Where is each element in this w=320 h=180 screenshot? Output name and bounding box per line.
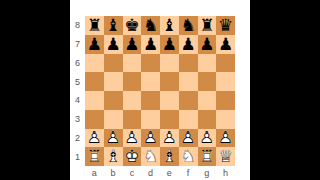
black-rook: ♜ xyxy=(199,17,214,34)
square-h5[interactable] xyxy=(216,72,235,91)
chessboard-panel: 87654321 ♜♝♚♞♝♞♜♛♟♟♟♟♟♟♟♟♙♙♙♙♙♙♙♙♖♗♔♘♗♘♖… xyxy=(70,0,250,180)
rank-label-3: 3 xyxy=(70,110,85,129)
white-pawn: ♙ xyxy=(106,129,121,146)
white-pawn: ♙ xyxy=(87,129,102,146)
square-b4[interactable] xyxy=(104,91,123,110)
file-label-b: b xyxy=(104,166,123,179)
black-rook: ♜ xyxy=(87,17,102,34)
black-knight: ♞ xyxy=(143,17,158,34)
square-c7[interactable]: ♟ xyxy=(123,35,142,54)
square-a6[interactable] xyxy=(85,54,104,73)
square-d7[interactable]: ♟ xyxy=(141,35,160,54)
black-pawn: ♟ xyxy=(199,36,214,53)
square-f1[interactable]: ♘ xyxy=(179,147,198,166)
black-pawn: ♟ xyxy=(162,36,177,53)
file-label-h: h xyxy=(216,166,235,179)
chess-board[interactable]: ♜♝♚♞♝♞♜♛♟♟♟♟♟♟♟♟♙♙♙♙♙♙♙♙♖♗♔♘♗♘♖♕ xyxy=(85,16,235,166)
white-rook: ♖ xyxy=(87,148,102,165)
square-c4[interactable] xyxy=(123,91,142,110)
square-e2[interactable]: ♙ xyxy=(160,129,179,148)
white-pawn: ♙ xyxy=(162,129,177,146)
square-d6[interactable] xyxy=(141,54,160,73)
square-a4[interactable] xyxy=(85,91,104,110)
square-c1[interactable]: ♔ xyxy=(123,147,142,166)
square-b3[interactable] xyxy=(104,110,123,129)
square-d2[interactable]: ♙ xyxy=(141,129,160,148)
rank-label-4: 4 xyxy=(70,91,85,110)
white-pawn: ♙ xyxy=(181,129,196,146)
black-bishop: ♝ xyxy=(106,17,121,34)
file-labels: abcdefgh xyxy=(85,166,235,179)
square-a5[interactable] xyxy=(85,72,104,91)
square-h8[interactable]: ♛ xyxy=(216,16,235,35)
square-a7[interactable]: ♟ xyxy=(85,35,104,54)
square-f7[interactable]: ♟ xyxy=(179,35,198,54)
rank-label-5: 5 xyxy=(70,72,85,91)
white-bishop: ♗ xyxy=(162,148,177,165)
square-a1[interactable]: ♖ xyxy=(85,147,104,166)
square-h4[interactable] xyxy=(216,91,235,110)
white-pawn: ♙ xyxy=(124,129,139,146)
white-rook: ♖ xyxy=(199,148,214,165)
square-c5[interactable] xyxy=(123,72,142,91)
square-f8[interactable]: ♞ xyxy=(179,16,198,35)
square-f5[interactable] xyxy=(179,72,198,91)
square-g8[interactable]: ♜ xyxy=(198,16,217,35)
rank-label-6: 6 xyxy=(70,54,85,73)
square-f4[interactable] xyxy=(179,91,198,110)
white-queen: ♕ xyxy=(218,148,233,165)
square-e7[interactable]: ♟ xyxy=(160,35,179,54)
square-c6[interactable] xyxy=(123,54,142,73)
rank-label-2: 2 xyxy=(70,129,85,148)
square-g6[interactable] xyxy=(198,54,217,73)
square-g7[interactable]: ♟ xyxy=(198,35,217,54)
square-f2[interactable]: ♙ xyxy=(179,129,198,148)
black-bishop: ♝ xyxy=(162,17,177,34)
square-e5[interactable] xyxy=(160,72,179,91)
square-h7[interactable]: ♟ xyxy=(216,35,235,54)
square-g3[interactable] xyxy=(198,110,217,129)
rank-labels: 87654321 xyxy=(70,16,85,166)
white-pawn: ♙ xyxy=(199,129,214,146)
square-h2[interactable]: ♙ xyxy=(216,129,235,148)
square-b1[interactable]: ♗ xyxy=(104,147,123,166)
square-g1[interactable]: ♖ xyxy=(198,147,217,166)
square-c2[interactable]: ♙ xyxy=(123,129,142,148)
square-b7[interactable]: ♟ xyxy=(104,35,123,54)
black-pawn: ♟ xyxy=(106,36,121,53)
black-knight: ♞ xyxy=(181,17,196,34)
square-b8[interactable]: ♝ xyxy=(104,16,123,35)
rank-label-8: 8 xyxy=(70,16,85,35)
file-label-a: a xyxy=(85,166,104,179)
black-queen: ♛ xyxy=(218,17,233,34)
square-c8[interactable]: ♚ xyxy=(123,16,142,35)
black-pawn: ♟ xyxy=(87,36,102,53)
square-d4[interactable] xyxy=(141,91,160,110)
white-knight: ♘ xyxy=(143,148,158,165)
square-b2[interactable]: ♙ xyxy=(104,129,123,148)
square-h1[interactable]: ♕ xyxy=(216,147,235,166)
white-pawn: ♙ xyxy=(218,129,233,146)
square-f3[interactable] xyxy=(179,110,198,129)
square-g4[interactable] xyxy=(198,91,217,110)
black-pawn: ♟ xyxy=(218,36,233,53)
square-g2[interactable]: ♙ xyxy=(198,129,217,148)
file-label-g: g xyxy=(198,166,217,179)
square-d1[interactable]: ♘ xyxy=(141,147,160,166)
black-pawn: ♟ xyxy=(143,36,158,53)
file-label-f: f xyxy=(179,166,198,179)
square-e8[interactable]: ♝ xyxy=(160,16,179,35)
square-b5[interactable] xyxy=(104,72,123,91)
rank-label-7: 7 xyxy=(70,35,85,54)
square-h3[interactable] xyxy=(216,110,235,129)
black-pawn: ♟ xyxy=(124,36,139,53)
square-c3[interactable] xyxy=(123,110,142,129)
square-a2[interactable]: ♙ xyxy=(85,129,104,148)
black-king: ♚ xyxy=(124,17,139,34)
file-label-c: c xyxy=(123,166,142,179)
file-label-d: d xyxy=(141,166,160,179)
white-knight: ♘ xyxy=(181,148,196,165)
square-e1[interactable]: ♗ xyxy=(160,147,179,166)
square-d3[interactable] xyxy=(141,110,160,129)
square-g5[interactable] xyxy=(198,72,217,91)
square-a3[interactable] xyxy=(85,110,104,129)
square-h6[interactable] xyxy=(216,54,235,73)
white-bishop: ♗ xyxy=(106,148,121,165)
white-king: ♔ xyxy=(124,148,139,165)
black-pawn: ♟ xyxy=(181,36,196,53)
square-e6[interactable] xyxy=(160,54,179,73)
square-d5[interactable] xyxy=(141,72,160,91)
square-f6[interactable] xyxy=(179,54,198,73)
rank-label-1: 1 xyxy=(70,147,85,166)
square-d8[interactable]: ♞ xyxy=(141,16,160,35)
square-e4[interactable] xyxy=(160,91,179,110)
square-a8[interactable]: ♜ xyxy=(85,16,104,35)
file-label-e: e xyxy=(160,166,179,179)
white-pawn: ♙ xyxy=(143,129,158,146)
letterboxed-background: 87654321 ♜♝♚♞♝♞♜♛♟♟♟♟♟♟♟♟♙♙♙♙♙♙♙♙♖♗♔♘♗♘♖… xyxy=(0,0,320,180)
square-e3[interactable] xyxy=(160,110,179,129)
square-b6[interactable] xyxy=(104,54,123,73)
